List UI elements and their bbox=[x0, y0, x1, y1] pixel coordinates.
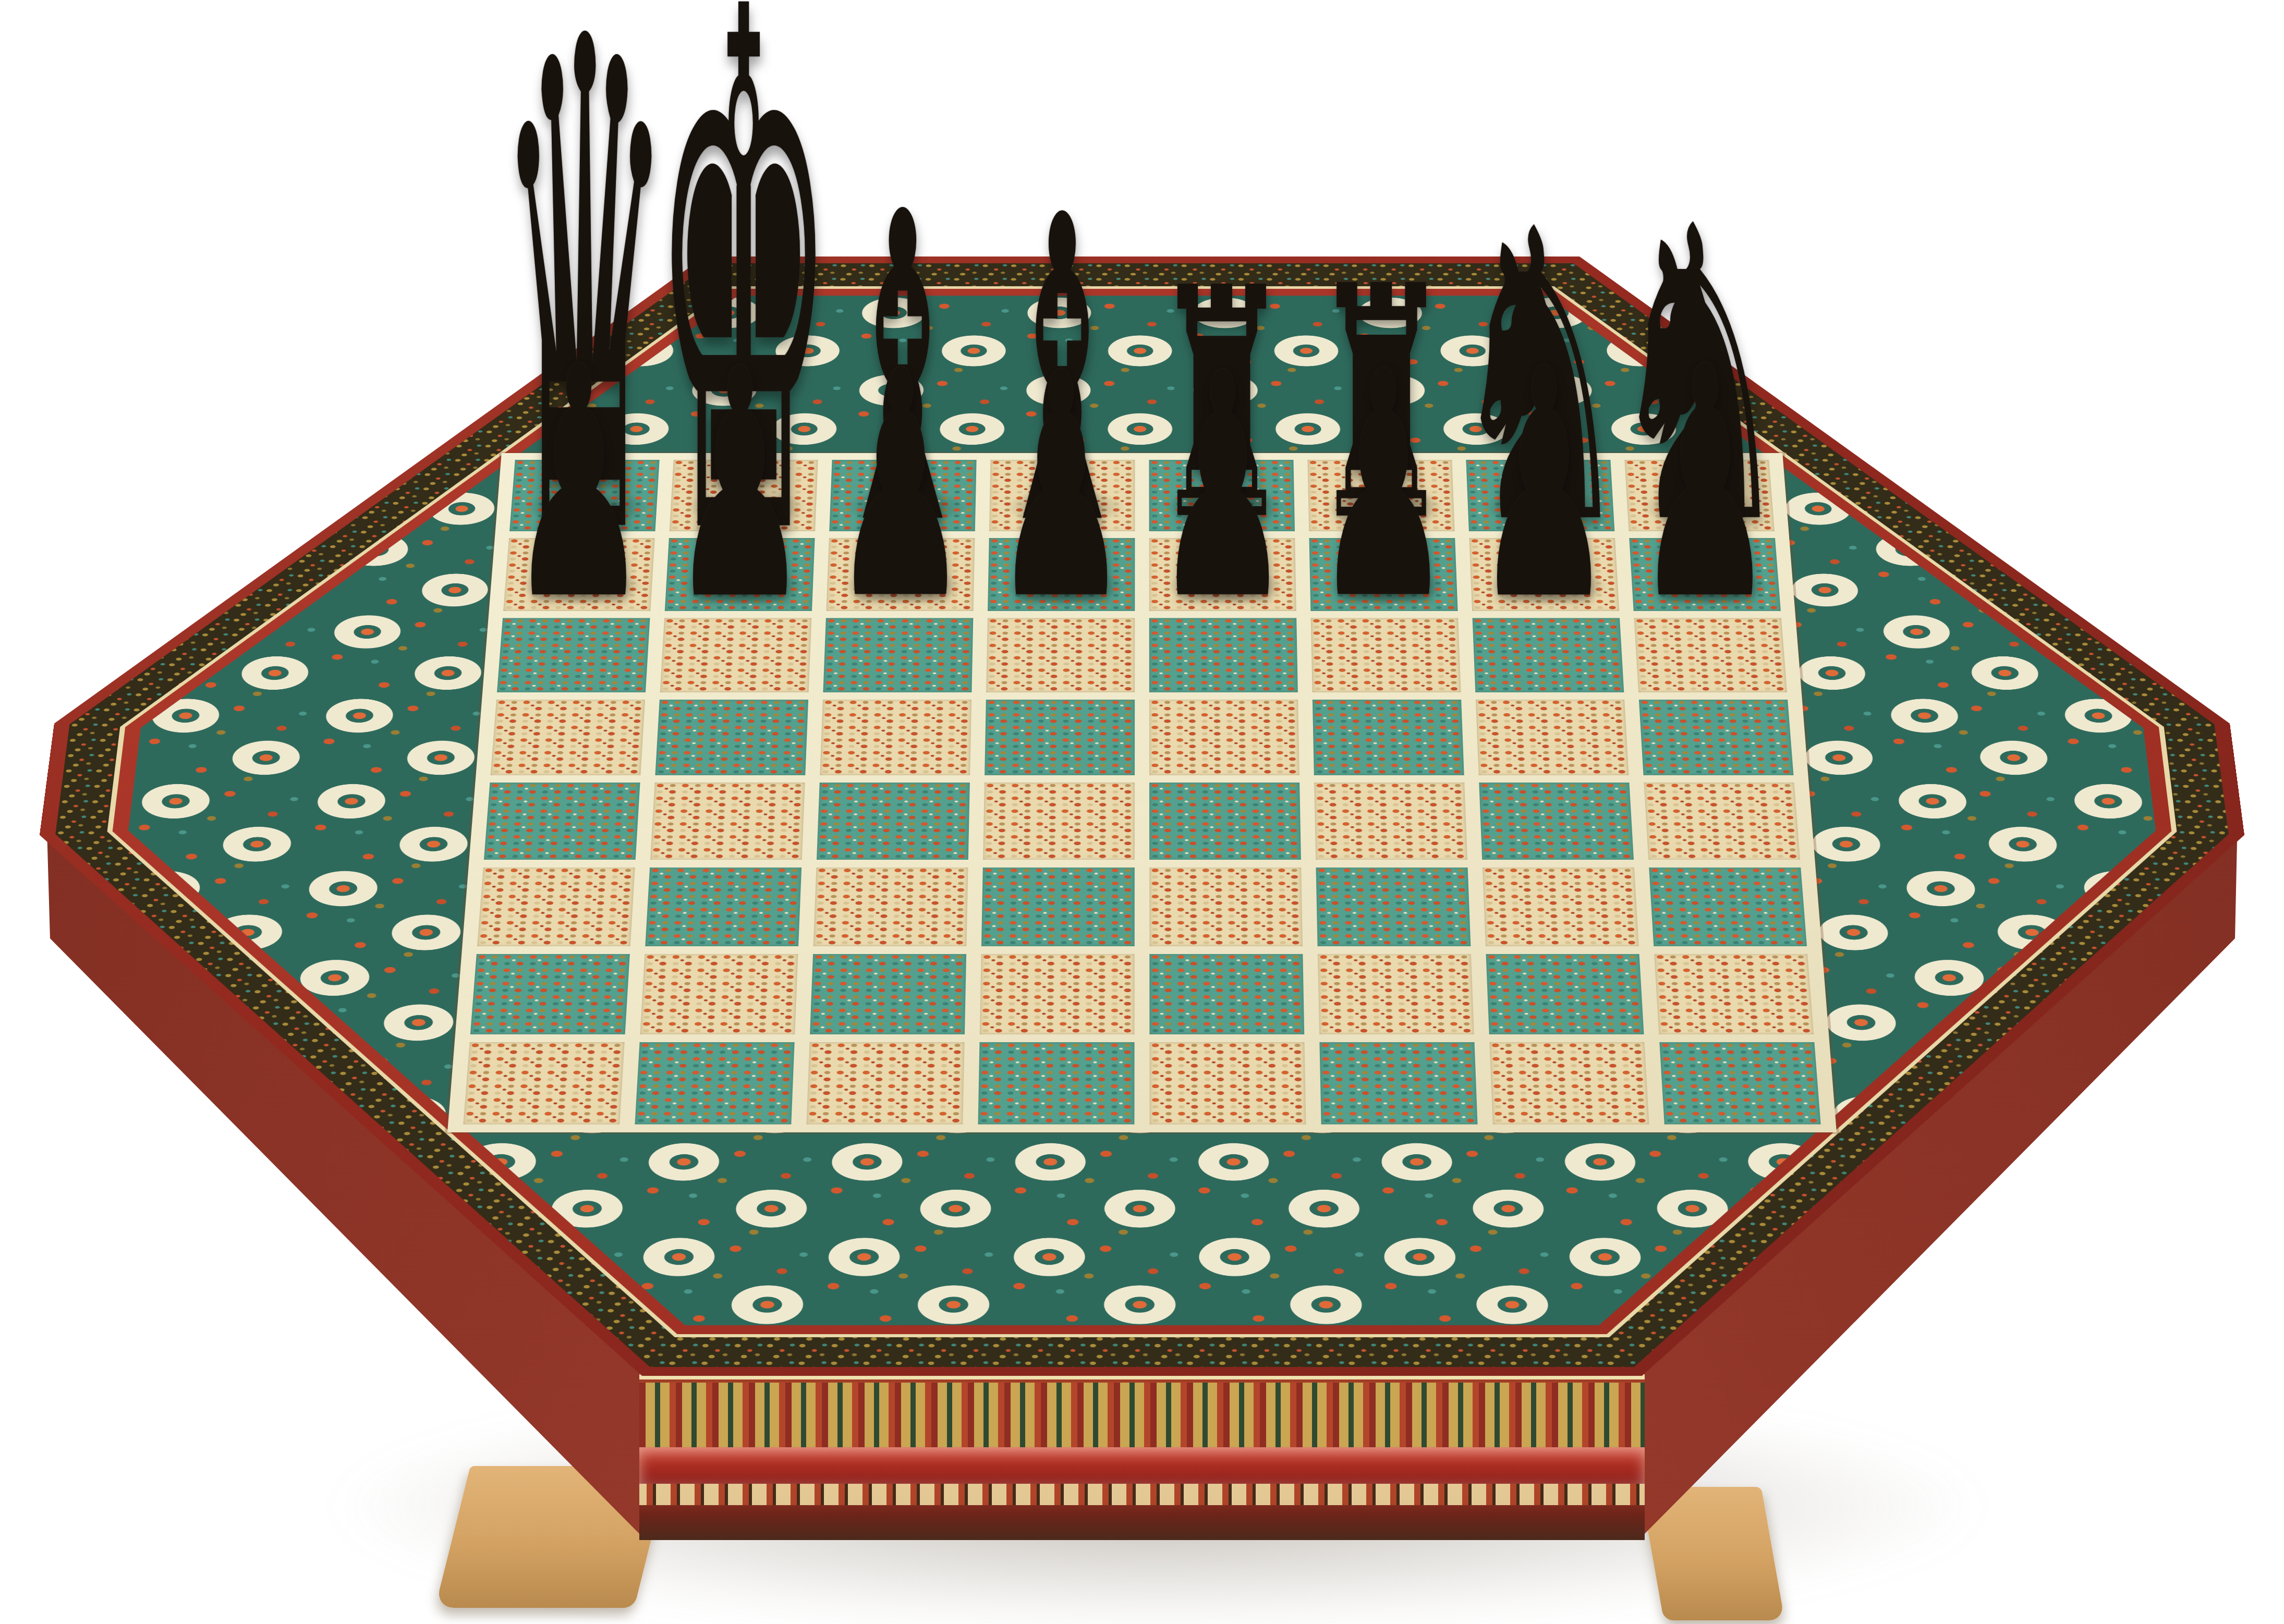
square-d2[interactable] bbox=[980, 954, 1135, 1034]
square-a3[interactable] bbox=[477, 868, 635, 946]
square-d4[interactable] bbox=[983, 783, 1135, 860]
square-h8[interactable] bbox=[1624, 460, 1775, 531]
square-f7[interactable] bbox=[1309, 538, 1457, 611]
square-c5[interactable] bbox=[820, 700, 971, 775]
square-c7[interactable] bbox=[826, 538, 975, 611]
square-d5[interactable] bbox=[985, 700, 1135, 775]
square-f5[interactable] bbox=[1313, 700, 1464, 775]
square-f2[interactable] bbox=[1318, 954, 1474, 1034]
square-g5[interactable] bbox=[1476, 700, 1629, 775]
square-e6[interactable] bbox=[1149, 618, 1298, 692]
square-d6[interactable] bbox=[986, 618, 1135, 692]
square-e8[interactable] bbox=[1149, 460, 1295, 531]
square-f4[interactable] bbox=[1314, 783, 1467, 860]
square-g8[interactable] bbox=[1466, 460, 1614, 531]
square-d1[interactable] bbox=[978, 1042, 1135, 1124]
square-f6[interactable] bbox=[1311, 618, 1461, 692]
square-a8[interactable] bbox=[509, 460, 660, 531]
square-h3[interactable] bbox=[1649, 868, 1807, 946]
square-b4[interactable] bbox=[650, 783, 805, 860]
square-c1[interactable] bbox=[806, 1042, 964, 1124]
square-b2[interactable] bbox=[640, 954, 798, 1034]
square-h1[interactable] bbox=[1659, 1042, 1820, 1124]
square-b7[interactable] bbox=[665, 538, 815, 611]
chess-grid bbox=[447, 453, 1837, 1132]
square-g6[interactable] bbox=[1473, 618, 1624, 692]
square-h6[interactable] bbox=[1634, 618, 1787, 692]
square-b3[interactable] bbox=[645, 868, 801, 946]
square-g7[interactable] bbox=[1469, 538, 1619, 611]
square-e1[interactable] bbox=[1149, 1042, 1306, 1124]
square-g3[interactable] bbox=[1483, 868, 1639, 946]
square-c6[interactable] bbox=[823, 618, 973, 692]
square-a6[interactable] bbox=[497, 618, 650, 692]
square-d3[interactable] bbox=[981, 868, 1135, 946]
square-a1[interactable] bbox=[463, 1042, 624, 1124]
square-c8[interactable] bbox=[829, 460, 976, 531]
square-g1[interactable] bbox=[1489, 1042, 1649, 1124]
square-h7[interactable] bbox=[1629, 538, 1781, 611]
square-e7[interactable] bbox=[1149, 538, 1296, 611]
square-b6[interactable] bbox=[660, 618, 812, 692]
square-c3[interactable] bbox=[813, 868, 968, 946]
square-d7[interactable] bbox=[988, 538, 1135, 611]
square-a2[interactable] bbox=[470, 954, 630, 1034]
square-g2[interactable] bbox=[1486, 954, 1644, 1034]
square-b1[interactable] bbox=[635, 1042, 794, 1124]
square-h4[interactable] bbox=[1644, 783, 1800, 860]
chessboard bbox=[0, 257, 2284, 1376]
square-c4[interactable] bbox=[817, 783, 970, 860]
square-a7[interactable] bbox=[503, 538, 655, 611]
square-e5[interactable] bbox=[1149, 700, 1299, 775]
square-h5[interactable] bbox=[1639, 700, 1794, 775]
playing-field bbox=[447, 453, 1837, 1132]
square-c2[interactable] bbox=[810, 954, 966, 1034]
square-f3[interactable] bbox=[1316, 868, 1471, 946]
square-b5[interactable] bbox=[655, 700, 808, 775]
square-h2[interactable] bbox=[1654, 954, 1814, 1034]
square-a5[interactable] bbox=[491, 700, 646, 775]
square-e2[interactable] bbox=[1149, 954, 1304, 1034]
square-a4[interactable] bbox=[484, 783, 640, 860]
square-f1[interactable] bbox=[1319, 1042, 1477, 1124]
square-e4[interactable] bbox=[1149, 783, 1301, 860]
square-b8[interactable] bbox=[670, 460, 818, 531]
photo-background: ♛♚♝♝♜♜♞♞♟♟♟♟♟♟♟♟ bbox=[0, 0, 2284, 1624]
square-e3[interactable] bbox=[1149, 868, 1303, 946]
scene bbox=[0, 0, 2284, 1624]
square-d8[interactable] bbox=[989, 460, 1135, 531]
square-f8[interactable] bbox=[1307, 460, 1454, 531]
square-g4[interactable] bbox=[1479, 783, 1634, 860]
